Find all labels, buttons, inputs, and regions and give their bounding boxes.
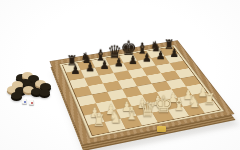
die-pip (24, 101, 26, 103)
die-2 (29, 100, 34, 105)
checker-dark (11, 92, 22, 99)
checkers-pile (0, 0, 70, 120)
die-pip (31, 102, 33, 104)
square-a1: ♜ (88, 122, 109, 135)
square-d3 (127, 95, 147, 107)
checker-dark (39, 89, 50, 96)
chess-board: ♜♞♝♛♚♝♞♜♟♟♟♟♟♟♟♟♟♟♟♟♟♟♟♟♜♞♝♛♚♝♞♜ (51, 1, 221, 150)
piece-black-rook: ♜ (159, 39, 180, 52)
piece-black-king: ♚ (118, 39, 139, 59)
square-b5 (88, 83, 107, 94)
product-photo: ♜♞♝♛♚♝♞♜♟♟♟♟♟♟♟♟♟♟♟♟♟♟♟♟♜♞♝♛♚♝♞♜ (0, 0, 240, 150)
die-1 (22, 99, 27, 104)
playing-area: ♜♞♝♛♚♝♞♜♟♟♟♟♟♟♟♟♟♟♟♟♟♟♟♟♜♞♝♛♚♝♞♜ (62, 46, 221, 136)
brass-latch (157, 126, 166, 132)
board-frame: ♜♞♝♛♚♝♞♜♟♟♟♟♟♟♟♟♟♟♟♟♟♟♟♟♜♞♝♛♚♝♞♜ (49, 40, 234, 145)
